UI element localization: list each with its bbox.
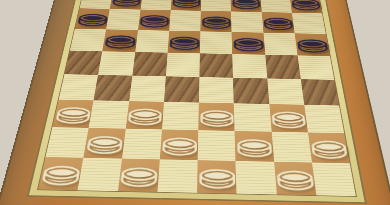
square-d1: ⛂ [171, 0, 202, 11]
checker-piece-dark: ⛂ [168, 31, 201, 54]
checker-piece-light: ⛂ [197, 160, 237, 193]
square-d3: ⛂ [168, 31, 201, 54]
checker-piece-dark: ⛂ [102, 29, 137, 52]
square-h4 [298, 55, 335, 79]
checker-piece-light: ⛂ [308, 132, 350, 163]
checker-piece-dark: ⛂ [201, 11, 232, 32]
checker-piece-dark: ⛂ [171, 0, 202, 11]
square-b3: ⛂ [102, 29, 137, 52]
checker-piece-light: ⛂ [269, 104, 308, 132]
square-d5 [164, 76, 200, 102]
square-h5 [301, 79, 340, 105]
checker-piece-dark: ⛂ [232, 32, 265, 55]
square-c3 [135, 30, 169, 53]
square-f1: ⛂ [231, 0, 262, 12]
square-a4 [64, 51, 102, 75]
square-a8: ⛂ [38, 157, 84, 190]
checker-piece-light: ⛂ [52, 100, 93, 128]
square-e3 [200, 31, 233, 54]
square-c6: ⛂ [125, 101, 164, 129]
square-a6: ⛂ [52, 100, 93, 128]
square-g4 [265, 55, 301, 79]
square-a2: ⛂ [75, 8, 110, 29]
checker-piece-dark: ⛂ [75, 8, 110, 29]
square-g2: ⛂ [262, 12, 295, 33]
square-h3: ⛂ [295, 33, 331, 56]
square-d4 [166, 53, 200, 77]
square-h8 [312, 163, 356, 197]
square-c4 [132, 52, 167, 76]
square-c8: ⛂ [118, 159, 160, 192]
square-c2: ⛂ [138, 10, 171, 31]
checker-piece-light: ⛂ [274, 162, 316, 196]
checkers-board-frame: ⛂⛂⛂⛂⛂⛂⛂⛂⛂⛂⛂⛂⛂⛂⛂⛂⛂⛂⛂⛂⛂⛂⛂⛂ [0, 0, 390, 205]
square-e6: ⛂ [198, 103, 235, 131]
checker-piece-dark: ⛂ [289, 0, 322, 13]
board-perspective-wrapper: ⛂⛂⛂⛂⛂⛂⛂⛂⛂⛂⛂⛂⛂⛂⛂⛂⛂⛂⛂⛂⛂⛂⛂⛂ [0, 0, 390, 205]
square-f5 [233, 78, 269, 104]
square-e2: ⛂ [201, 11, 232, 32]
checker-piece-dark: ⛂ [138, 10, 171, 31]
checker-piece-light: ⛂ [84, 128, 126, 159]
square-b8 [78, 158, 122, 191]
checker-piece-light: ⛂ [125, 101, 164, 129]
square-b5 [94, 75, 132, 101]
square-h1: ⛂ [289, 0, 322, 13]
square-g3 [263, 33, 297, 56]
checker-piece-dark: ⛂ [295, 33, 331, 56]
square-f4 [233, 54, 268, 78]
checker-piece-light: ⛂ [38, 157, 84, 190]
square-f8 [236, 161, 277, 194]
square-g6: ⛂ [269, 104, 308, 132]
square-b4 [98, 51, 135, 75]
board-gold-border: ⛂⛂⛂⛂⛂⛂⛂⛂⛂⛂⛂⛂⛂⛂⛂⛂⛂⛂⛂⛂⛂⛂⛂⛂ [27, 0, 368, 204]
square-e4 [200, 53, 234, 77]
board-grid: ⛂⛂⛂⛂⛂⛂⛂⛂⛂⛂⛂⛂⛂⛂⛂⛂⛂⛂⛂⛂⛂⛂⛂⛂ [37, 0, 357, 197]
checker-piece-light: ⛂ [160, 129, 199, 160]
checker-piece-dark: ⛂ [231, 0, 262, 12]
square-f7: ⛂ [235, 131, 274, 162]
square-h7: ⛂ [308, 132, 350, 163]
checker-piece-light: ⛂ [235, 131, 274, 162]
checker-piece-light: ⛂ [118, 159, 160, 192]
square-f3: ⛂ [232, 32, 265, 55]
checker-piece-dark: ⛂ [262, 12, 295, 33]
square-e8: ⛂ [197, 160, 237, 193]
square-d7: ⛂ [160, 129, 199, 160]
square-a3 [70, 29, 106, 52]
checker-piece-light: ⛂ [198, 103, 235, 131]
square-d8 [157, 159, 197, 192]
square-b7: ⛂ [84, 128, 126, 159]
square-g8: ⛂ [274, 162, 316, 196]
checkers-board-photo: ⛂⛂⛂⛂⛂⛂⛂⛂⛂⛂⛂⛂⛂⛂⛂⛂⛂⛂⛂⛂⛂⛂⛂⛂ [0, 0, 390, 205]
